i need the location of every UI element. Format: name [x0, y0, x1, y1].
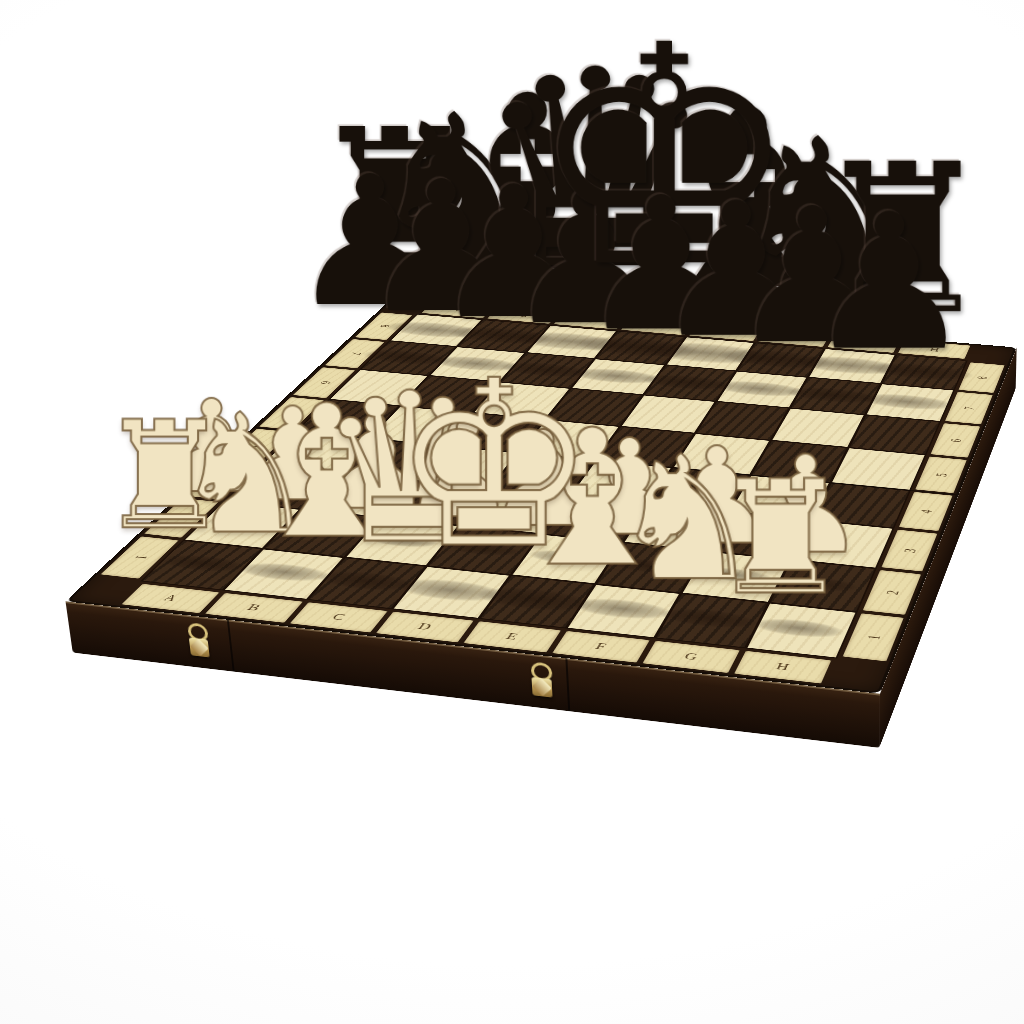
file-label-c: C — [330, 613, 348, 622]
rank-label-3: 3 — [901, 547, 918, 553]
rank-label-1: 1 — [864, 634, 882, 640]
square-h7[interactable] — [866, 384, 953, 421]
coord-cell: 2 — [863, 570, 921, 615]
coord-cell: 7 — [945, 392, 993, 424]
coord-cell: 5 — [915, 456, 966, 493]
file-label-d: D — [416, 622, 435, 632]
square-g7[interactable] — [792, 378, 880, 414]
square-g8[interactable] — [809, 349, 894, 383]
chess-board-box: ABCDEFGH ABCDEFGH 87654321 87654321 ♜♞♝♛… — [66, 296, 1017, 694]
rank-label-8: 8 — [975, 375, 989, 379]
piece-white-king[interactable]: ♚ — [391, 350, 597, 580]
wood-joint — [227, 620, 235, 672]
file-label-a: A — [161, 594, 181, 603]
coord-cell: 4 — [899, 492, 953, 531]
file-label-b: B — [245, 603, 263, 612]
photo-area: ABCDEFGH ABCDEFGH 87654321 87654321 ♜♞♝♛… — [60, 46, 982, 968]
coord-cell: 3 — [881, 530, 937, 572]
rank-label-2: 2 — [884, 589, 902, 595]
rank-label-7: 7 — [962, 406, 977, 410]
file-label-e: E — [504, 632, 521, 642]
square-h8[interactable] — [882, 355, 966, 389]
chess-set-scene: ABCDEFGH ABCDEFGH 87654321 87654321 ♜♞♝♛… — [226, 91, 964, 829]
rank-label-6: 6 — [948, 438, 963, 443]
clasp-body — [531, 677, 552, 698]
file-label-g: G — [683, 652, 701, 662]
clasp-body — [189, 637, 210, 657]
file-label-h: H — [774, 662, 791, 672]
brass-clasp-icon — [183, 622, 216, 665]
coord-cell: 6 — [931, 423, 981, 457]
rank-label-5: 5 — [933, 472, 949, 477]
file-label-f: F — [594, 642, 609, 652]
wood-joint — [565, 658, 570, 711]
piece-white-rook[interactable]: ♜ — [710, 459, 851, 616]
rank-label-4: 4 — [918, 508, 934, 513]
brass-clasp-icon — [526, 661, 558, 705]
